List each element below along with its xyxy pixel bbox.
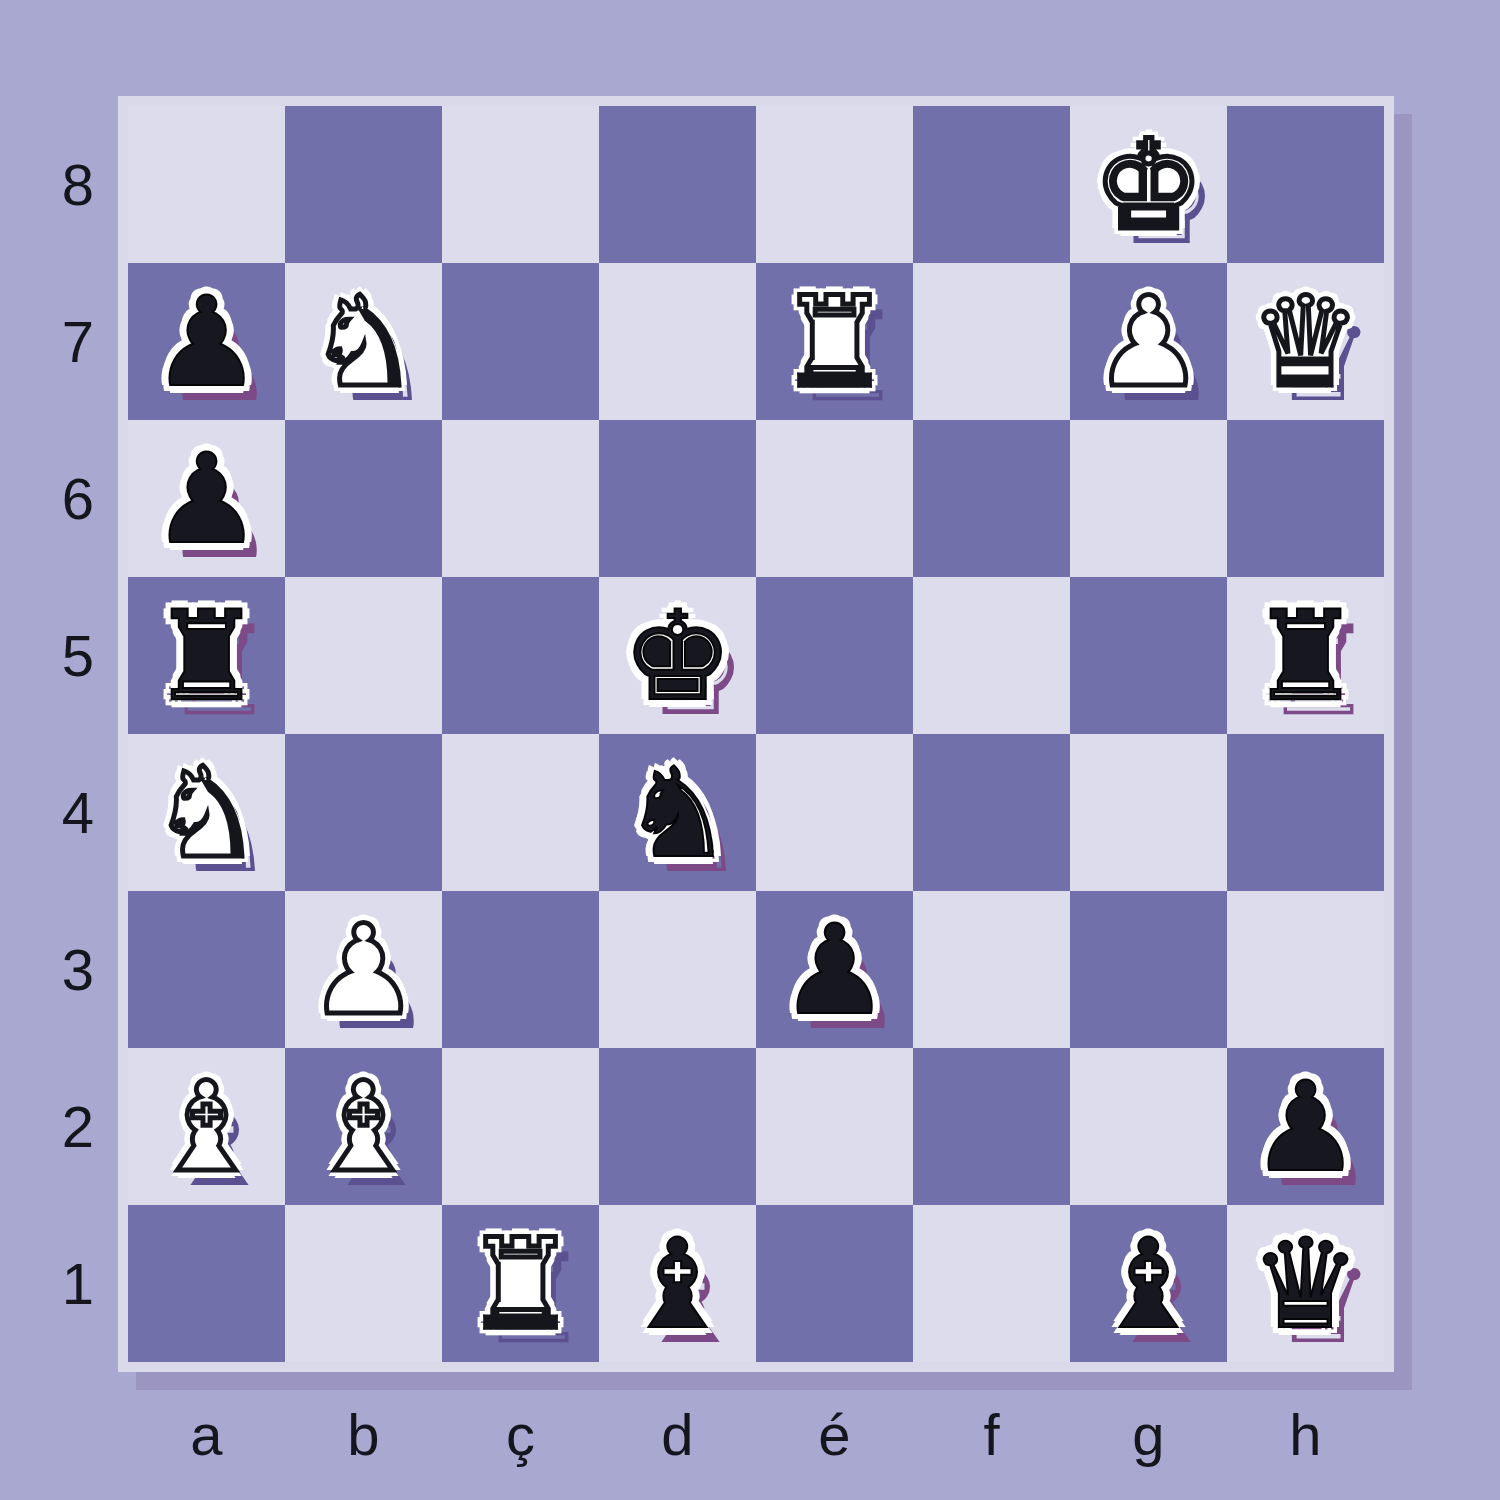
square-d1[interactable]: ♝ [599,1205,756,1362]
square-b2[interactable]: ♝ [285,1048,442,1205]
square-d8[interactable] [599,106,756,263]
square-b5[interactable] [285,577,442,734]
square-h5[interactable]: ♜ [1227,577,1384,734]
square-b1[interactable] [285,1205,442,1362]
square-e5[interactable] [756,577,913,734]
file-label-h: h [1227,1392,1384,1476]
square-a7[interactable]: ♟ [128,263,285,420]
piece-black-knight: ♞ [599,738,756,888]
square-f4[interactable] [913,734,1070,891]
piece-white-pawn: ♟ [285,895,442,1045]
square-g6[interactable] [1070,420,1227,577]
square-d6[interactable] [599,420,756,577]
rank-label-5: 5 [38,577,118,734]
file-label-a: a [128,1392,285,1476]
square-h3[interactable] [1227,891,1384,1048]
square-b3[interactable]: ♟ [285,891,442,1048]
rank-label-6: 6 [38,420,118,577]
square-h8[interactable] [1227,106,1384,263]
square-g2[interactable] [1070,1048,1227,1205]
square-a4[interactable]: ♞ [128,734,285,891]
square-f5[interactable] [913,577,1070,734]
square-e6[interactable] [756,420,913,577]
square-b6[interactable] [285,420,442,577]
square-f8[interactable] [913,106,1070,263]
file-label-d: d [599,1392,756,1476]
square-f6[interactable] [913,420,1070,577]
piece-white-pawn: ♟ [1070,267,1227,417]
file-label-g: g [1070,1392,1227,1476]
rank-label-3: 3 [38,891,118,1048]
piece-white-knight: ♞ [285,267,442,417]
square-a1[interactable] [128,1205,285,1362]
square-a3[interactable] [128,891,285,1048]
square-g4[interactable] [1070,734,1227,891]
piece-black-queen: ♛ [1227,1209,1384,1359]
chess-diagram: 87654321 ♚♟♞♜♟♛♟♜♚♜♞♞♟♟♝♝♟♜♝♝♛ abçdéfgh [0,0,1500,1500]
piece-black-bishop: ♝ [1070,1209,1227,1359]
square-c7[interactable] [442,263,599,420]
square-d2[interactable] [599,1048,756,1205]
square-h6[interactable] [1227,420,1384,577]
square-f1[interactable] [913,1205,1070,1362]
square-e4[interactable] [756,734,913,891]
square-d7[interactable] [599,263,756,420]
piece-white-rook: ♜ [442,1209,599,1359]
square-f2[interactable] [913,1048,1070,1205]
square-c6[interactable] [442,420,599,577]
square-d4[interactable]: ♞ [599,734,756,891]
piece-black-king: ♚ [599,581,756,731]
rank-labels: 87654321 [38,106,118,1362]
square-f3[interactable] [913,891,1070,1048]
file-label-e: é [756,1392,913,1476]
square-e3[interactable]: ♟ [756,891,913,1048]
file-label-c: ç [442,1392,599,1476]
square-c2[interactable] [442,1048,599,1205]
square-h7[interactable]: ♛ [1227,263,1384,420]
square-b8[interactable] [285,106,442,263]
piece-white-rook: ♜ [756,267,913,417]
rank-label-8: 8 [38,106,118,263]
square-c8[interactable] [442,106,599,263]
square-f7[interactable] [913,263,1070,420]
square-g7[interactable]: ♟ [1070,263,1227,420]
piece-black-pawn: ♟ [756,895,913,1045]
piece-black-rook: ♜ [1227,581,1384,731]
piece-white-bishop: ♝ [128,1052,285,1202]
piece-black-pawn: ♟ [128,424,285,574]
piece-white-knight: ♞ [128,738,285,888]
square-g3[interactable] [1070,891,1227,1048]
square-h2[interactable]: ♟ [1227,1048,1384,1205]
square-g1[interactable]: ♝ [1070,1205,1227,1362]
square-d5[interactable]: ♚ [599,577,756,734]
square-h1[interactable]: ♛ [1227,1205,1384,1362]
piece-white-king: ♚ [1070,110,1227,260]
square-e2[interactable] [756,1048,913,1205]
square-g5[interactable] [1070,577,1227,734]
rank-label-4: 4 [38,734,118,891]
square-c5[interactable] [442,577,599,734]
piece-white-queen: ♛ [1227,267,1384,417]
square-b4[interactable] [285,734,442,891]
piece-black-pawn: ♟ [128,267,285,417]
rank-label-2: 2 [38,1048,118,1205]
square-a6[interactable]: ♟ [128,420,285,577]
piece-black-pawn: ♟ [1227,1052,1384,1202]
chess-board-frame: ♚♟♞♜♟♛♟♜♚♜♞♞♟♟♝♝♟♜♝♝♛ [118,96,1394,1372]
rank-label-7: 7 [38,263,118,420]
rank-label-1: 1 [38,1205,118,1362]
square-a8[interactable] [128,106,285,263]
square-e1[interactable] [756,1205,913,1362]
piece-black-rook: ♜ [128,581,285,731]
square-a5[interactable]: ♜ [128,577,285,734]
piece-white-bishop: ♝ [285,1052,442,1202]
file-label-b: b [285,1392,442,1476]
square-h4[interactable] [1227,734,1384,891]
square-c4[interactable] [442,734,599,891]
file-label-f: f [913,1392,1070,1476]
square-e7[interactable]: ♜ [756,263,913,420]
square-b7[interactable]: ♞ [285,263,442,420]
piece-black-bishop: ♝ [599,1209,756,1359]
square-c3[interactable] [442,891,599,1048]
square-e8[interactable] [756,106,913,263]
chess-board: ♚♟♞♜♟♛♟♜♚♜♞♞♟♟♝♝♟♜♝♝♛ [128,106,1384,1362]
square-d3[interactable] [599,891,756,1048]
square-a2[interactable]: ♝ [128,1048,285,1205]
square-g8[interactable]: ♚ [1070,106,1227,263]
square-c1[interactable]: ♜ [442,1205,599,1362]
file-labels: abçdéfgh [128,1392,1384,1476]
